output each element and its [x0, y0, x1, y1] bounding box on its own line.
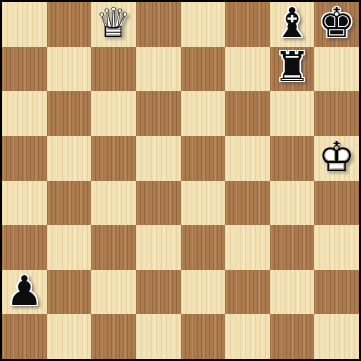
square-g4[interactable]	[270, 181, 315, 226]
square-c6[interactable]	[91, 91, 136, 136]
square-e1[interactable]	[181, 314, 226, 359]
square-b5[interactable]	[47, 136, 92, 181]
piece-black-king[interactable]: ♚	[318, 3, 355, 44]
square-d4[interactable]	[136, 181, 181, 226]
square-b6[interactable]	[47, 91, 92, 136]
piece-white-queen[interactable]: ♛♕	[95, 3, 132, 44]
square-g8[interactable]: ♝	[270, 2, 315, 47]
square-d1[interactable]	[136, 314, 181, 359]
square-e4[interactable]	[181, 181, 226, 226]
square-f3[interactable]	[225, 225, 270, 270]
square-c1[interactable]	[91, 314, 136, 359]
square-f1[interactable]	[225, 314, 270, 359]
piece-black-rook[interactable]: ♜	[274, 47, 311, 88]
square-d8[interactable]	[136, 2, 181, 47]
square-b8[interactable]	[47, 2, 92, 47]
square-e6[interactable]	[181, 91, 226, 136]
piece-black-bishop[interactable]: ♝	[274, 3, 311, 44]
square-a6[interactable]	[2, 91, 47, 136]
square-c5[interactable]	[91, 136, 136, 181]
square-e5[interactable]	[181, 136, 226, 181]
square-h2[interactable]	[314, 270, 359, 315]
square-f6[interactable]	[225, 91, 270, 136]
square-h5[interactable]: ♚♔	[314, 136, 359, 181]
square-a5[interactable]	[2, 136, 47, 181]
square-a2[interactable]: ♟	[2, 270, 47, 315]
square-b4[interactable]	[47, 181, 92, 226]
square-e2[interactable]	[181, 270, 226, 315]
square-e8[interactable]	[181, 2, 226, 47]
square-c8[interactable]: ♛♕	[91, 2, 136, 47]
square-b2[interactable]	[47, 270, 92, 315]
piece-black-pawn[interactable]: ♟	[6, 271, 43, 312]
piece-white-king[interactable]: ♚♔	[318, 137, 355, 178]
square-c2[interactable]	[91, 270, 136, 315]
square-h3[interactable]	[314, 225, 359, 270]
square-g1[interactable]	[270, 314, 315, 359]
square-d3[interactable]	[136, 225, 181, 270]
square-d5[interactable]	[136, 136, 181, 181]
square-c4[interactable]	[91, 181, 136, 226]
square-h7[interactable]	[314, 47, 359, 92]
square-g7[interactable]: ♜	[270, 47, 315, 92]
square-e7[interactable]	[181, 47, 226, 92]
chess-board: ♛♕♝♚♜♚♔♟	[2, 2, 359, 359]
square-e3[interactable]	[181, 225, 226, 270]
square-c7[interactable]	[91, 47, 136, 92]
square-b1[interactable]	[47, 314, 92, 359]
square-g2[interactable]	[270, 270, 315, 315]
square-g6[interactable]	[270, 91, 315, 136]
piece-outline-layer: ♕	[95, 0, 132, 47]
square-b7[interactable]	[47, 47, 92, 92]
square-b3[interactable]	[47, 225, 92, 270]
square-d7[interactable]	[136, 47, 181, 92]
square-f2[interactable]	[225, 270, 270, 315]
square-f4[interactable]	[225, 181, 270, 226]
square-a8[interactable]	[2, 2, 47, 47]
square-a4[interactable]	[2, 181, 47, 226]
square-a3[interactable]	[2, 225, 47, 270]
square-a7[interactable]	[2, 47, 47, 92]
square-h1[interactable]	[314, 314, 359, 359]
square-a1[interactable]	[2, 314, 47, 359]
square-c3[interactable]	[91, 225, 136, 270]
square-h4[interactable]	[314, 181, 359, 226]
chess-board-frame: ♛♕♝♚♜♚♔♟	[0, 0, 361, 361]
square-d2[interactable]	[136, 270, 181, 315]
square-h8[interactable]: ♚	[314, 2, 359, 47]
square-h6[interactable]	[314, 91, 359, 136]
square-g5[interactable]	[270, 136, 315, 181]
square-f5[interactable]	[225, 136, 270, 181]
square-d6[interactable]	[136, 91, 181, 136]
square-f8[interactable]	[225, 2, 270, 47]
square-f7[interactable]	[225, 47, 270, 92]
piece-outline-layer: ♔	[318, 133, 355, 181]
square-g3[interactable]	[270, 225, 315, 270]
